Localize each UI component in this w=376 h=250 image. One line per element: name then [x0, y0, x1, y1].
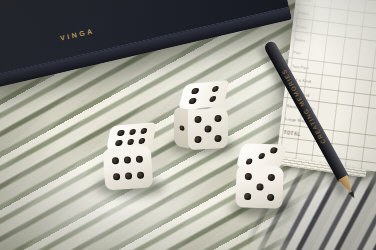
pip — [179, 124, 184, 130]
pip — [244, 193, 251, 200]
pip — [214, 134, 221, 141]
pip — [267, 194, 274, 201]
pip — [195, 135, 202, 142]
pip — [117, 129, 125, 136]
pip — [245, 173, 252, 180]
pip — [112, 157, 119, 164]
pip — [195, 116, 202, 123]
pip — [113, 173, 120, 180]
vinga-logo: VINGA — [59, 27, 95, 42]
pip — [115, 139, 123, 146]
pip — [189, 98, 197, 105]
pip — [125, 173, 132, 180]
pip — [214, 115, 221, 122]
die-middle-side-face — [174, 106, 189, 148]
pip — [129, 128, 137, 135]
pip — [191, 88, 199, 95]
pip — [137, 172, 144, 179]
pip — [124, 156, 131, 163]
pip — [211, 85, 219, 92]
pip — [245, 158, 253, 164]
die-right-front-face — [235, 165, 283, 209]
pip — [127, 138, 135, 145]
die-middle — [174, 82, 234, 154]
die-left-front-face — [103, 145, 154, 190]
pip — [136, 155, 143, 162]
pip — [256, 183, 263, 190]
pip — [270, 148, 278, 154]
pip — [257, 153, 265, 159]
pip — [209, 96, 217, 103]
pip — [140, 127, 148, 134]
pip — [138, 137, 146, 144]
die-middle-front-face — [188, 108, 228, 150]
photo-scene: VINGA OnesTwosThreesFoursFivesSixesPairT… — [0, 0, 376, 250]
die-right — [232, 142, 292, 216]
die-middle-top-face — [178, 80, 230, 110]
die-left — [102, 122, 160, 196]
pip — [267, 174, 274, 181]
pip — [205, 125, 212, 132]
